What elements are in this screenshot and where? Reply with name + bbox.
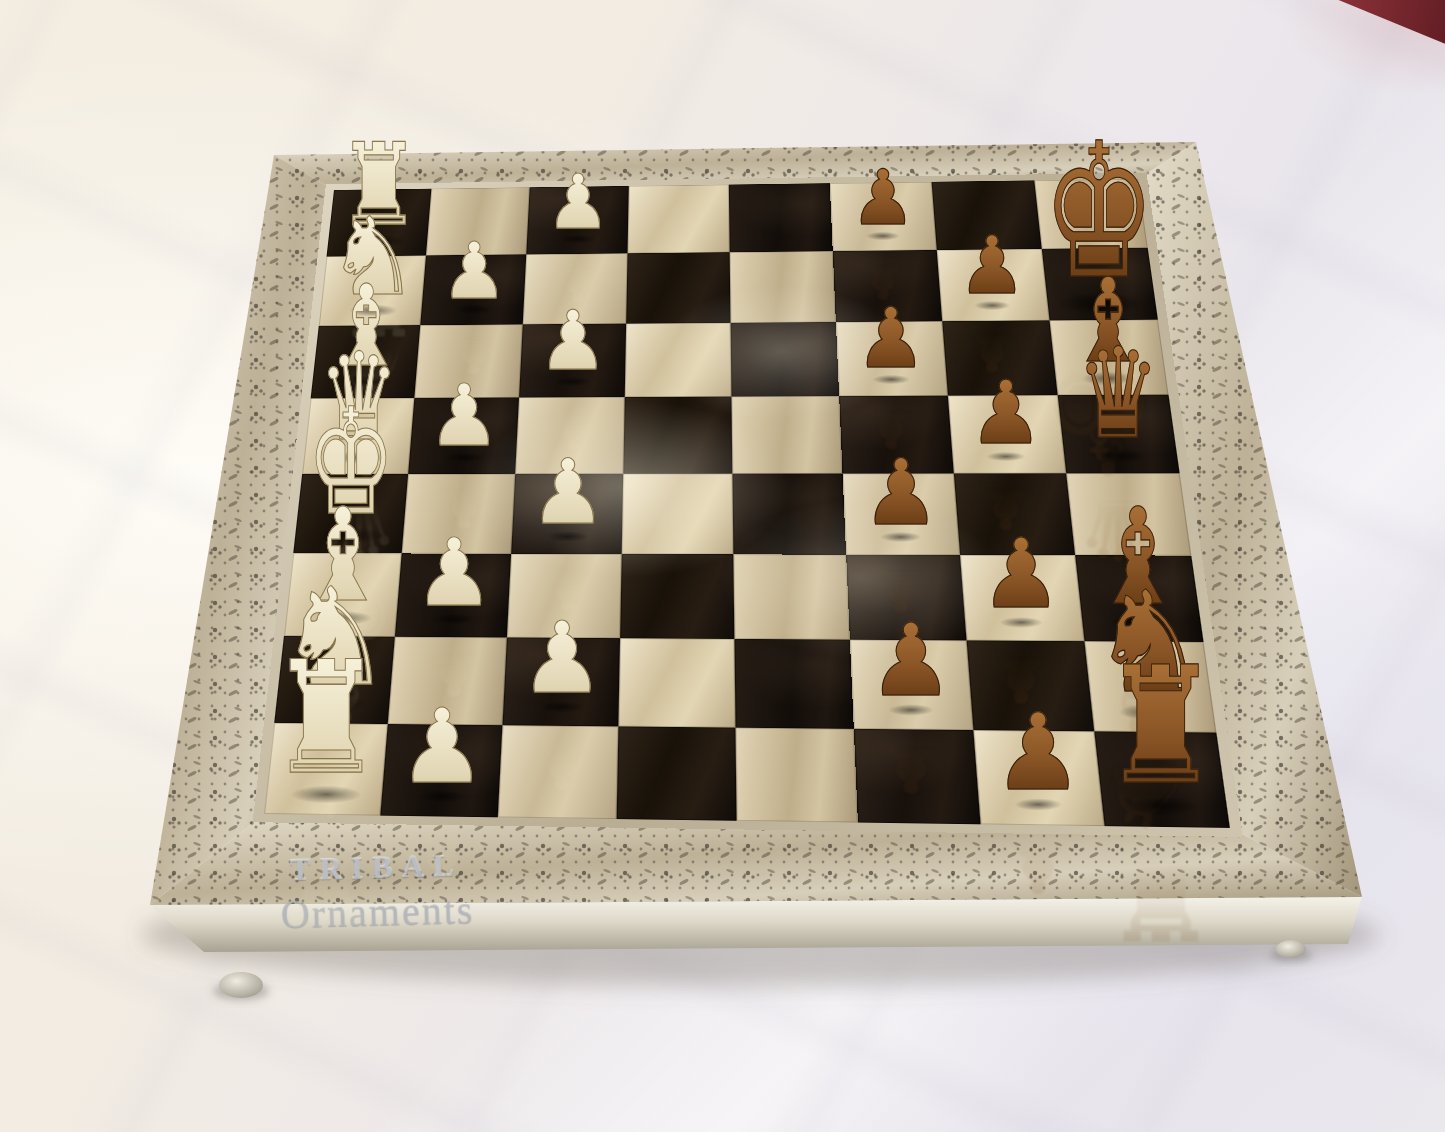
- piece-reflection: ♟: [868, 719, 953, 804]
- square-a5[interactable]: [729, 183, 833, 252]
- pawn-glyph: ♟: [538, 300, 608, 382]
- square-g4[interactable]: [618, 638, 735, 727]
- square-c4[interactable]: [625, 323, 732, 397]
- square-e4[interactable]: [622, 474, 734, 555]
- piece-reflection: ♟: [993, 814, 1083, 904]
- square-h4[interactable]: [617, 726, 737, 820]
- square-c5[interactable]: [731, 322, 840, 397]
- square-b4[interactable]: [626, 252, 730, 323]
- square-f5[interactable]: [733, 554, 850, 639]
- square-d5[interactable]: [731, 396, 842, 474]
- photo-stage: ♜♜♞♞♝♝♛♛♚♚♝♝♞♞♜♜♟♟♟♟♟♟♟♟♟♟♟♟♟♟♟♟♟♟♟♟♟♟♟♟…: [0, 0, 1445, 1132]
- board-foot-1: [219, 972, 263, 998]
- square-h5[interactable]: [735, 728, 857, 823]
- pawn-glyph: ♟: [862, 447, 940, 538]
- square-d4[interactable]: [623, 397, 732, 474]
- piece-reflection: ♜: [1102, 820, 1221, 957]
- piece-reflection: ♜: [269, 808, 383, 940]
- piece-reflection: ♟: [398, 805, 486, 892]
- rook-glyph: ♜: [1102, 646, 1221, 808]
- pawn-glyph: ♟: [993, 700, 1083, 806]
- pawn-glyph: ♟: [440, 232, 507, 310]
- pawn-glyph: ♟: [981, 527, 1063, 623]
- pawn-glyph: ♟: [850, 160, 915, 236]
- pawn-glyph: ♟: [969, 370, 1043, 457]
- square-f4[interactable]: [620, 554, 734, 639]
- square-g5[interactable]: [734, 639, 853, 729]
- pawn-glyph: ♟: [428, 373, 501, 458]
- rook-glyph: ♜: [269, 641, 383, 796]
- pawn-glyph: ♟: [856, 297, 927, 380]
- piece-reflection: ♟: [520, 715, 604, 799]
- pawn-glyph: ♟: [868, 611, 953, 711]
- pawn-glyph: ♟: [520, 609, 604, 708]
- board-foot-2: [1276, 940, 1306, 958]
- pawn-glyph: ♟: [958, 226, 1026, 306]
- square-e5[interactable]: [732, 474, 846, 555]
- square-b5[interactable]: [730, 251, 836, 323]
- pawn-glyph: ♟: [530, 448, 606, 538]
- pawn-glyph: ♟: [414, 526, 494, 620]
- pawn-glyph: ♟: [398, 695, 486, 798]
- square-a4[interactable]: [628, 185, 730, 254]
- pawn-glyph: ♟: [546, 165, 610, 240]
- queen-glyph: ♛: [1076, 332, 1159, 457]
